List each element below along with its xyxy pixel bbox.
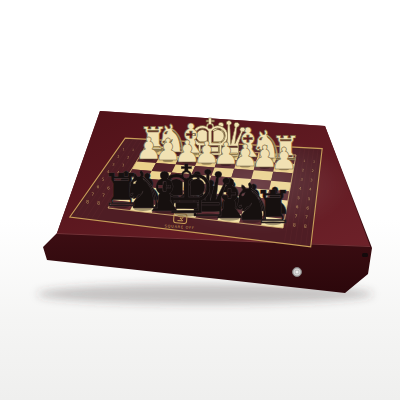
rank-label: 7 (91, 192, 94, 197)
rank-label: 1 (122, 147, 124, 151)
rank-label: 8 (97, 201, 100, 206)
rank-label: 2 (117, 155, 119, 159)
chessboard-photo: 11112222333344445555666677778888SQUARE O… (0, 0, 400, 400)
rank-label: 2 (127, 156, 129, 160)
piece-black-rook-h8[interactable]: ♜ (101, 164, 141, 217)
charging-port (362, 253, 368, 257)
rank-label: 8 (86, 199, 89, 204)
product-photo-scene: 11112222333344445555666677778888SQUARE O… (0, 0, 400, 400)
power-button[interactable] (293, 268, 302, 277)
